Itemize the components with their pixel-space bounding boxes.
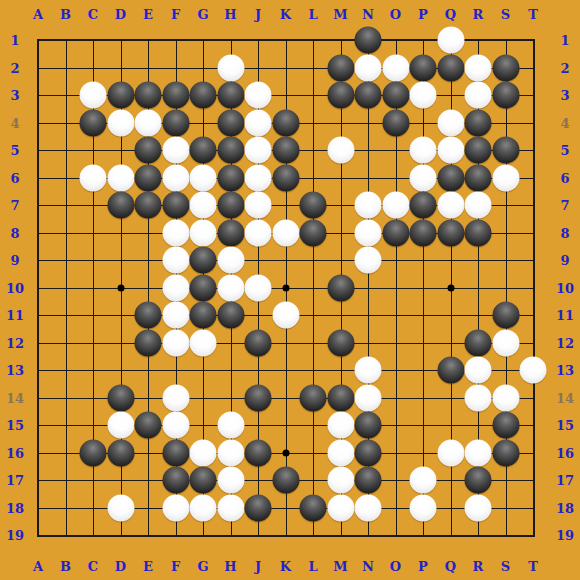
row-label-right: 10 bbox=[556, 280, 574, 295]
stone-black-K17[interactable] bbox=[272, 467, 299, 494]
col-label-bottom: T bbox=[528, 559, 538, 574]
row-label-right: 17 bbox=[556, 473, 574, 488]
stone-white-R3[interactable] bbox=[465, 82, 492, 109]
stone-black-C16[interactable] bbox=[80, 439, 107, 466]
stone-black-G9[interactable] bbox=[190, 247, 217, 274]
col-label-bottom: R bbox=[473, 559, 484, 574]
col-label-top: B bbox=[60, 7, 71, 22]
stone-white-F10[interactable] bbox=[162, 274, 189, 301]
stone-white-F8[interactable] bbox=[162, 219, 189, 246]
col-label-bottom: B bbox=[60, 559, 71, 574]
stone-black-N16[interactable] bbox=[355, 439, 382, 466]
row-label-left: 4 bbox=[10, 115, 19, 130]
col-label-bottom: L bbox=[308, 559, 317, 574]
stone-white-H17[interactable] bbox=[217, 467, 244, 494]
col-label-bottom: O bbox=[390, 559, 401, 574]
stone-white-P5[interactable] bbox=[410, 137, 437, 164]
stone-black-C4[interactable] bbox=[80, 109, 107, 136]
stone-white-R14[interactable] bbox=[465, 384, 492, 411]
stone-black-G5[interactable] bbox=[190, 137, 217, 164]
stone-black-J12[interactable] bbox=[245, 329, 272, 356]
col-label-top: D bbox=[115, 7, 126, 22]
stone-white-M16[interactable] bbox=[327, 439, 354, 466]
stone-black-S16[interactable] bbox=[492, 439, 519, 466]
grid-line-horizontal bbox=[38, 535, 534, 536]
stone-black-M14[interactable] bbox=[327, 384, 354, 411]
stone-black-S11[interactable] bbox=[492, 302, 519, 329]
stone-white-P3[interactable] bbox=[410, 82, 437, 109]
stone-black-J16[interactable] bbox=[245, 439, 272, 466]
stone-white-K8[interactable] bbox=[272, 219, 299, 246]
stone-white-S12[interactable] bbox=[492, 329, 519, 356]
stone-white-M15[interactable] bbox=[327, 412, 354, 439]
col-label-top: O bbox=[390, 7, 401, 22]
stone-black-O4[interactable] bbox=[382, 109, 409, 136]
stone-white-Q5[interactable] bbox=[437, 137, 464, 164]
stone-white-M18[interactable] bbox=[327, 494, 354, 521]
stone-black-E3[interactable] bbox=[135, 82, 162, 109]
row-label-right: 4 bbox=[560, 115, 569, 130]
star-point bbox=[447, 284, 454, 291]
col-label-top: N bbox=[362, 7, 374, 22]
stone-white-O7[interactable] bbox=[382, 192, 409, 219]
stone-white-N7[interactable] bbox=[355, 192, 382, 219]
col-label-top: L bbox=[308, 7, 317, 22]
stone-white-Q16[interactable] bbox=[437, 439, 464, 466]
row-label-left: 14 bbox=[6, 390, 24, 405]
stone-black-H6[interactable] bbox=[217, 164, 244, 191]
row-label-right: 3 bbox=[560, 88, 569, 103]
stone-black-N1[interactable] bbox=[355, 27, 382, 54]
stone-white-G6[interactable] bbox=[190, 164, 217, 191]
row-label-left: 8 bbox=[10, 225, 19, 240]
row-label-right: 11 bbox=[556, 308, 574, 323]
stone-black-N3[interactable] bbox=[355, 82, 382, 109]
row-label-left: 19 bbox=[6, 528, 24, 543]
stone-black-D16[interactable] bbox=[107, 439, 134, 466]
stone-black-P7[interactable] bbox=[410, 192, 437, 219]
stone-black-D3[interactable] bbox=[107, 82, 134, 109]
col-label-bottom: Q bbox=[445, 559, 456, 574]
row-label-left: 6 bbox=[10, 170, 19, 185]
stone-white-J8[interactable] bbox=[245, 219, 272, 246]
row-label-right: 16 bbox=[556, 445, 574, 460]
stone-black-Q8[interactable] bbox=[437, 219, 464, 246]
stone-white-G8[interactable] bbox=[190, 219, 217, 246]
star-point bbox=[117, 284, 124, 291]
stone-black-Q6[interactable] bbox=[437, 164, 464, 191]
stone-white-J6[interactable] bbox=[245, 164, 272, 191]
stone-black-O8[interactable] bbox=[382, 219, 409, 246]
row-label-left: 5 bbox=[10, 143, 19, 158]
col-label-top: F bbox=[171, 7, 180, 22]
stone-black-R4[interactable] bbox=[465, 109, 492, 136]
stone-white-P6[interactable] bbox=[410, 164, 437, 191]
stone-black-S2[interactable] bbox=[492, 54, 519, 81]
stone-white-P18[interactable] bbox=[410, 494, 437, 521]
stone-black-E6[interactable] bbox=[135, 164, 162, 191]
stone-black-G10[interactable] bbox=[190, 274, 217, 301]
col-label-bottom: A bbox=[33, 559, 43, 574]
col-label-bottom: M bbox=[333, 559, 347, 574]
stone-white-F11[interactable] bbox=[162, 302, 189, 329]
stone-black-D7[interactable] bbox=[107, 192, 134, 219]
row-label-right: 8 bbox=[560, 225, 569, 240]
stone-white-S14[interactable] bbox=[492, 384, 519, 411]
row-label-left: 12 bbox=[6, 335, 24, 350]
col-label-top: Q bbox=[445, 7, 456, 22]
stone-white-M5[interactable] bbox=[327, 137, 354, 164]
stone-black-P8[interactable] bbox=[410, 219, 437, 246]
stone-black-F3[interactable] bbox=[162, 82, 189, 109]
stone-black-K6[interactable] bbox=[272, 164, 299, 191]
stone-white-N18[interactable] bbox=[355, 494, 382, 521]
stone-white-H9[interactable] bbox=[217, 247, 244, 274]
row-label-right: 12 bbox=[556, 335, 574, 350]
row-label-right: 13 bbox=[556, 363, 574, 378]
stone-white-F6[interactable] bbox=[162, 164, 189, 191]
stone-black-N15[interactable] bbox=[355, 412, 382, 439]
stone-black-H3[interactable] bbox=[217, 82, 244, 109]
star-point bbox=[282, 284, 289, 291]
row-label-left: 16 bbox=[6, 445, 24, 460]
stone-black-F16[interactable] bbox=[162, 439, 189, 466]
stone-black-J14[interactable] bbox=[245, 384, 272, 411]
stone-black-O3[interactable] bbox=[382, 82, 409, 109]
stone-black-E7[interactable] bbox=[135, 192, 162, 219]
col-label-bottom: E bbox=[143, 559, 153, 574]
col-label-top: M bbox=[333, 7, 347, 22]
stone-white-J7[interactable] bbox=[245, 192, 272, 219]
stone-white-N2[interactable] bbox=[355, 54, 382, 81]
stone-black-K4[interactable] bbox=[272, 109, 299, 136]
stone-white-R2[interactable] bbox=[465, 54, 492, 81]
row-label-left: 3 bbox=[10, 88, 19, 103]
stone-white-R13[interactable] bbox=[465, 357, 492, 384]
col-label-bottom: C bbox=[88, 559, 98, 574]
col-label-top: T bbox=[528, 7, 538, 22]
row-label-left: 2 bbox=[10, 60, 19, 75]
stone-black-H11[interactable] bbox=[217, 302, 244, 329]
stone-white-Q1[interactable] bbox=[437, 27, 464, 54]
row-label-left: 7 bbox=[10, 198, 19, 213]
stone-white-N13[interactable] bbox=[355, 357, 382, 384]
row-label-left: 10 bbox=[6, 280, 24, 295]
row-label-left: 11 bbox=[6, 308, 24, 323]
stone-black-E15[interactable] bbox=[135, 412, 162, 439]
stone-black-M10[interactable] bbox=[327, 274, 354, 301]
stone-black-L7[interactable] bbox=[300, 192, 327, 219]
row-label-right: 18 bbox=[556, 500, 574, 515]
stone-black-Q2[interactable] bbox=[437, 54, 464, 81]
stone-white-J10[interactable] bbox=[245, 274, 272, 301]
col-label-top: C bbox=[88, 7, 98, 22]
stone-white-R7[interactable] bbox=[465, 192, 492, 219]
row-label-right: 7 bbox=[560, 198, 569, 213]
stone-black-R8[interactable] bbox=[465, 219, 492, 246]
col-label-top: S bbox=[501, 7, 510, 22]
col-label-top: G bbox=[197, 7, 208, 22]
row-label-right: 9 bbox=[560, 253, 569, 268]
stone-black-R6[interactable] bbox=[465, 164, 492, 191]
stone-white-F5[interactable] bbox=[162, 137, 189, 164]
col-label-bottom: G bbox=[197, 559, 208, 574]
col-label-bottom: F bbox=[171, 559, 180, 574]
stone-white-F18[interactable] bbox=[162, 494, 189, 521]
stone-black-S5[interactable] bbox=[492, 137, 519, 164]
row-label-right: 19 bbox=[556, 528, 574, 543]
row-label-right: 5 bbox=[560, 143, 569, 158]
stone-white-H10[interactable] bbox=[217, 274, 244, 301]
stone-white-T13[interactable] bbox=[520, 357, 547, 384]
stone-black-L14[interactable] bbox=[300, 384, 327, 411]
row-label-left: 9 bbox=[10, 253, 19, 268]
stone-black-M3[interactable] bbox=[327, 82, 354, 109]
stone-white-F14[interactable] bbox=[162, 384, 189, 411]
stone-white-N8[interactable] bbox=[355, 219, 382, 246]
grid-line-vertical bbox=[423, 40, 424, 536]
stone-black-E12[interactable] bbox=[135, 329, 162, 356]
stone-white-E4[interactable] bbox=[135, 109, 162, 136]
grid-line-horizontal bbox=[38, 343, 534, 344]
stone-white-F12[interactable] bbox=[162, 329, 189, 356]
stone-white-R18[interactable] bbox=[465, 494, 492, 521]
stone-white-D18[interactable] bbox=[107, 494, 134, 521]
stone-black-M2[interactable] bbox=[327, 54, 354, 81]
stone-white-D6[interactable] bbox=[107, 164, 134, 191]
stone-white-R16[interactable] bbox=[465, 439, 492, 466]
stone-black-G17[interactable] bbox=[190, 467, 217, 494]
stone-black-H4[interactable] bbox=[217, 109, 244, 136]
row-label-left: 18 bbox=[6, 500, 24, 515]
col-label-top: A bbox=[33, 7, 43, 22]
stone-white-J4[interactable] bbox=[245, 109, 272, 136]
stone-white-P17[interactable] bbox=[410, 467, 437, 494]
stone-white-N9[interactable] bbox=[355, 247, 382, 274]
stone-black-F4[interactable] bbox=[162, 109, 189, 136]
stone-black-D14[interactable] bbox=[107, 384, 134, 411]
stone-white-F9[interactable] bbox=[162, 247, 189, 274]
star-point bbox=[282, 449, 289, 456]
stone-white-G7[interactable] bbox=[190, 192, 217, 219]
grid-line-vertical bbox=[533, 40, 534, 536]
col-label-bottom: S bbox=[501, 559, 510, 574]
stone-white-Q4[interactable] bbox=[437, 109, 464, 136]
col-label-bottom: J bbox=[255, 559, 261, 574]
stone-white-G16[interactable] bbox=[190, 439, 217, 466]
stone-white-H16[interactable] bbox=[217, 439, 244, 466]
col-label-top: J bbox=[255, 7, 261, 22]
stone-white-S6[interactable] bbox=[492, 164, 519, 191]
stone-black-J18[interactable] bbox=[245, 494, 272, 521]
row-label-left: 13 bbox=[6, 363, 24, 378]
col-label-top: K bbox=[280, 7, 291, 22]
stone-black-N17[interactable] bbox=[355, 467, 382, 494]
col-label-top: R bbox=[473, 7, 484, 22]
stone-black-H8[interactable] bbox=[217, 219, 244, 246]
stone-black-R5[interactable] bbox=[465, 137, 492, 164]
stone-black-R17[interactable] bbox=[465, 467, 492, 494]
stone-black-G3[interactable] bbox=[190, 82, 217, 109]
stone-black-F7[interactable] bbox=[162, 192, 189, 219]
col-label-bottom: P bbox=[418, 559, 428, 574]
row-label-left: 17 bbox=[6, 473, 24, 488]
stone-white-D15[interactable] bbox=[107, 412, 134, 439]
stone-black-L18[interactable] bbox=[300, 494, 327, 521]
stone-black-H5[interactable] bbox=[217, 137, 244, 164]
stone-white-J3[interactable] bbox=[245, 82, 272, 109]
col-label-bottom: H bbox=[224, 559, 236, 574]
stone-black-H7[interactable] bbox=[217, 192, 244, 219]
row-label-right: 14 bbox=[556, 390, 574, 405]
stone-white-H18[interactable] bbox=[217, 494, 244, 521]
stone-black-K5[interactable] bbox=[272, 137, 299, 164]
col-label-top: P bbox=[418, 7, 428, 22]
stone-white-F15[interactable] bbox=[162, 412, 189, 439]
stone-white-Q7[interactable] bbox=[437, 192, 464, 219]
row-label-right: 1 bbox=[560, 33, 569, 48]
stone-black-P2[interactable] bbox=[410, 54, 437, 81]
stone-black-L8[interactable] bbox=[300, 219, 327, 246]
stone-white-M17[interactable] bbox=[327, 467, 354, 494]
col-label-top: E bbox=[143, 7, 153, 22]
col-label-bottom: D bbox=[115, 559, 126, 574]
stone-black-Q13[interactable] bbox=[437, 357, 464, 384]
stone-black-E11[interactable] bbox=[135, 302, 162, 329]
stone-white-N14[interactable] bbox=[355, 384, 382, 411]
row-label-left: 1 bbox=[10, 33, 19, 48]
stone-white-D4[interactable] bbox=[107, 109, 134, 136]
stone-black-S15[interactable] bbox=[492, 412, 519, 439]
stone-white-K11[interactable] bbox=[272, 302, 299, 329]
stone-white-H15[interactable] bbox=[217, 412, 244, 439]
go-board: AABBCCDDEEFFGGHHJJKKLLMMNNOOPPQQRRSSTT11… bbox=[0, 0, 580, 580]
col-label-bottom: N bbox=[362, 559, 374, 574]
stone-black-G11[interactable] bbox=[190, 302, 217, 329]
row-label-right: 15 bbox=[556, 418, 574, 433]
col-label-top: H bbox=[224, 7, 236, 22]
stone-white-H2[interactable] bbox=[217, 54, 244, 81]
stone-white-C6[interactable] bbox=[80, 164, 107, 191]
stone-black-R12[interactable] bbox=[465, 329, 492, 356]
grid-line-vertical bbox=[313, 40, 314, 536]
stone-black-M12[interactable] bbox=[327, 329, 354, 356]
stone-white-G12[interactable] bbox=[190, 329, 217, 356]
stone-white-G18[interactable] bbox=[190, 494, 217, 521]
stone-white-J5[interactable] bbox=[245, 137, 272, 164]
stone-white-C3[interactable] bbox=[80, 82, 107, 109]
stone-black-E5[interactable] bbox=[135, 137, 162, 164]
stone-black-S3[interactable] bbox=[492, 82, 519, 109]
col-label-bottom: K bbox=[280, 559, 291, 574]
stone-white-O2[interactable] bbox=[382, 54, 409, 81]
row-label-left: 15 bbox=[6, 418, 24, 433]
row-label-right: 2 bbox=[560, 60, 569, 75]
stone-black-F17[interactable] bbox=[162, 467, 189, 494]
row-label-right: 6 bbox=[560, 170, 569, 185]
